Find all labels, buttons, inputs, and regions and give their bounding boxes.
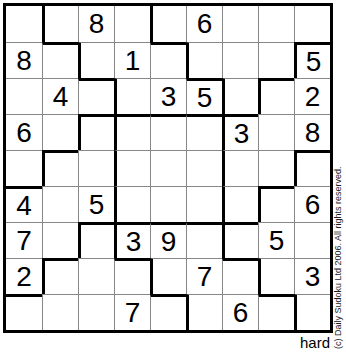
cell-r4c2[interactable] <box>42 114 78 150</box>
cell-r5c5[interactable] <box>150 150 186 186</box>
cell-r7c5: 9 <box>150 222 186 258</box>
cell-r4c1: 6 <box>6 114 42 150</box>
cell-r3c1[interactable] <box>6 78 42 114</box>
cell-r3c6: 5 <box>186 78 222 114</box>
cell-r2c2[interactable] <box>42 42 78 78</box>
cell-r2c3[interactable] <box>78 42 114 78</box>
cell-r7c8: 5 <box>258 222 294 258</box>
copyright-text: (c) Daily Sudoku Ltd 2006. All rights re… <box>333 166 343 349</box>
cell-r5c1[interactable] <box>6 150 42 186</box>
cell-r5c6[interactable] <box>186 150 222 186</box>
cell-r4c6[interactable] <box>186 114 222 150</box>
cell-r6c9: 6 <box>294 186 330 222</box>
cell-r6c2[interactable] <box>42 186 78 222</box>
cell-r6c6[interactable] <box>186 186 222 222</box>
cell-r8c9: 3 <box>294 258 330 294</box>
cell-r7c1: 7 <box>6 222 42 258</box>
cell-r8c8[interactable] <box>258 258 294 294</box>
cell-r9c4: 7 <box>114 294 150 330</box>
cell-r1c9[interactable] <box>294 6 330 42</box>
cell-r2c5[interactable] <box>150 42 186 78</box>
cell-r1c8[interactable] <box>258 6 294 42</box>
cell-r5c2[interactable] <box>42 150 78 186</box>
cell-r9c1[interactable] <box>6 294 42 330</box>
cell-r9c2[interactable] <box>42 294 78 330</box>
cell-r4c9: 8 <box>294 114 330 150</box>
cell-r3c9: 2 <box>294 78 330 114</box>
cell-r2c1: 8 <box>6 42 42 78</box>
cell-r5c7[interactable] <box>222 150 258 186</box>
cell-r9c8[interactable] <box>258 294 294 330</box>
cell-r9c9[interactable] <box>294 294 330 330</box>
cell-r4c7: 3 <box>222 114 258 150</box>
cell-r5c8[interactable] <box>258 150 294 186</box>
cell-r8c7[interactable] <box>222 258 258 294</box>
cell-r4c8[interactable] <box>258 114 294 150</box>
cell-r3c2: 4 <box>42 78 78 114</box>
cell-r2c9: 5 <box>294 42 330 78</box>
cell-r8c4[interactable] <box>114 258 150 294</box>
cell-r9c6[interactable] <box>186 294 222 330</box>
cell-r7c7[interactable] <box>222 222 258 258</box>
cell-r3c8[interactable] <box>258 78 294 114</box>
cell-r9c7: 6 <box>222 294 258 330</box>
cell-r6c8[interactable] <box>258 186 294 222</box>
cell-r4c3[interactable] <box>78 114 114 150</box>
cell-r6c4[interactable] <box>114 186 150 222</box>
cell-r8c2[interactable] <box>42 258 78 294</box>
cell-r2c4: 1 <box>114 42 150 78</box>
cell-r8c5[interactable] <box>150 258 186 294</box>
cell-r2c8[interactable] <box>258 42 294 78</box>
cell-r3c4[interactable] <box>114 78 150 114</box>
cell-r7c4: 3 <box>114 222 150 258</box>
cell-r1c4[interactable] <box>114 6 150 42</box>
cell-r6c3: 5 <box>78 186 114 222</box>
cell-r7c9[interactable] <box>294 222 330 258</box>
cell-r4c5[interactable] <box>150 114 186 150</box>
cell-r9c5[interactable] <box>150 294 186 330</box>
cell-r2c6[interactable] <box>186 42 222 78</box>
cell-r1c7[interactable] <box>222 6 258 42</box>
sudoku-board: 868154352638456739527376 <box>3 3 333 333</box>
cell-r1c3: 8 <box>78 6 114 42</box>
cell-r6c7[interactable] <box>222 186 258 222</box>
cell-r8c1: 2 <box>6 258 42 294</box>
cell-r1c5[interactable] <box>150 6 186 42</box>
cell-r5c9[interactable] <box>294 150 330 186</box>
cell-r2c7[interactable] <box>222 42 258 78</box>
cell-r9c3[interactable] <box>78 294 114 330</box>
cell-r5c4[interactable] <box>114 150 150 186</box>
cell-r3c7[interactable] <box>222 78 258 114</box>
cell-r6c1: 4 <box>6 186 42 222</box>
cell-r1c2[interactable] <box>42 6 78 42</box>
difficulty-label: hard <box>0 334 330 351</box>
cell-r4c4[interactable] <box>114 114 150 150</box>
sudoku-page: 868154352638456739527376 (c) Daily Sudok… <box>0 0 346 352</box>
cell-r1c6: 6 <box>186 6 222 42</box>
cell-r3c5: 3 <box>150 78 186 114</box>
cell-r8c3[interactable] <box>78 258 114 294</box>
cell-r1c1[interactable] <box>6 6 42 42</box>
cell-r6c5[interactable] <box>150 186 186 222</box>
cell-r3c3[interactable] <box>78 78 114 114</box>
cell-r7c2[interactable] <box>42 222 78 258</box>
cell-r5c3[interactable] <box>78 150 114 186</box>
cell-r8c6: 7 <box>186 258 222 294</box>
cell-r7c6[interactable] <box>186 222 222 258</box>
cell-r7c3[interactable] <box>78 222 114 258</box>
